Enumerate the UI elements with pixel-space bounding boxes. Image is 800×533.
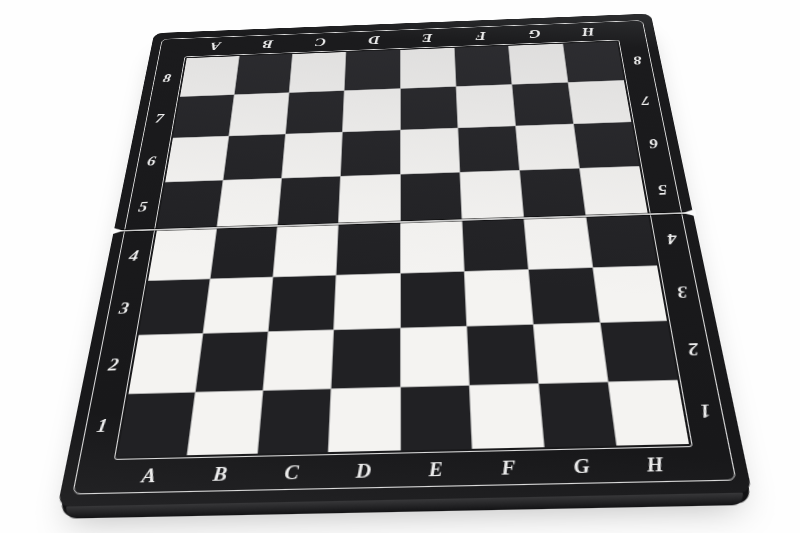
square-e8[interactable]: [400, 48, 455, 88]
square-h6[interactable]: [574, 122, 639, 168]
square-b8[interactable]: [235, 54, 292, 94]
square-c8[interactable]: [290, 52, 346, 92]
square-g2[interactable]: [534, 323, 608, 383]
square-e5[interactable]: [400, 173, 461, 222]
square-f1[interactable]: [470, 384, 544, 449]
square-h1[interactable]: [609, 381, 689, 446]
rank-left-label-7: 7: [143, 97, 177, 139]
file-bottom-label-B: B: [183, 457, 258, 490]
file-bottom-label-H: H: [617, 447, 696, 481]
file-top-label-F: F: [453, 26, 508, 45]
square-b3[interactable]: [204, 277, 273, 333]
file-top-label-G: G: [506, 24, 562, 43]
square-a4[interactable]: [148, 228, 216, 280]
square-g5[interactable]: [520, 169, 585, 218]
squares-grid: [118, 42, 689, 457]
rank-right-label-7: 7: [627, 80, 662, 123]
rank-right-label-glyph: 3: [674, 283, 688, 300]
rank-right-label-glyph: 1: [697, 401, 712, 420]
square-e6[interactable]: [400, 128, 459, 174]
square-h8[interactable]: [563, 42, 624, 82]
rank-right-label-6: 6: [635, 121, 671, 166]
rank-left-label-4: 4: [115, 230, 153, 281]
square-e2[interactable]: [401, 326, 469, 386]
square-e3[interactable]: [400, 272, 465, 328]
square-b5[interactable]: [217, 179, 281, 228]
file-bottom-label-C: C: [255, 455, 329, 488]
square-h5[interactable]: [580, 167, 648, 216]
square-d2[interactable]: [332, 328, 399, 388]
file-bottom-label-D: D: [327, 454, 400, 487]
file-top-label-E: E: [400, 28, 454, 47]
rank-right-label-glyph: 5: [655, 182, 668, 196]
chessboard-frame: ABCDEFGH ABCDEFGH 87654321 87654321: [58, 14, 753, 507]
square-g4[interactable]: [524, 217, 592, 269]
rank-right-label-8: 8: [620, 41, 654, 81]
square-f5[interactable]: [460, 171, 523, 220]
square-d6[interactable]: [341, 131, 399, 177]
square-a8[interactable]: [180, 56, 239, 96]
rank-labels-left: 87654321: [81, 58, 184, 457]
square-a2[interactable]: [129, 334, 203, 394]
square-a1[interactable]: [118, 393, 195, 457]
rank-labels-right: 87654321: [620, 41, 727, 444]
rank-left-label-2: 2: [93, 335, 135, 394]
file-top-label-glyph: C: [314, 36, 326, 47]
square-d4[interactable]: [337, 222, 400, 274]
rank-left-label-5: 5: [125, 183, 161, 231]
square-c2[interactable]: [264, 330, 334, 390]
square-g6[interactable]: [516, 124, 579, 170]
hinge-notch-left: [110, 227, 124, 235]
file-top-label-glyph: A: [208, 40, 221, 51]
file-top-label-glyph: B: [261, 38, 273, 49]
square-f3[interactable]: [464, 270, 532, 326]
rank-right-label-glyph: 8: [631, 54, 642, 66]
rank-left-label-6: 6: [134, 138, 169, 183]
square-c3[interactable]: [269, 275, 336, 331]
square-f7[interactable]: [456, 85, 515, 128]
square-a5[interactable]: [157, 181, 223, 229]
square-g7[interactable]: [512, 83, 573, 126]
rank-right-label-4: 4: [652, 213, 692, 265]
file-labels-bottom: ABCDEFGH: [112, 447, 696, 491]
square-e1[interactable]: [401, 386, 472, 451]
file-bottom-label-E: E: [400, 452, 473, 485]
square-d8[interactable]: [345, 50, 400, 90]
square-g3[interactable]: [529, 268, 600, 324]
square-a7[interactable]: [173, 95, 234, 138]
file-top-label-A: A: [187, 36, 242, 55]
file-top-label-C: C: [293, 32, 347, 51]
file-top-label-glyph: H: [580, 26, 595, 38]
square-f2[interactable]: [467, 325, 538, 385]
square-f8[interactable]: [454, 46, 511, 86]
file-top-label-glyph: G: [527, 28, 541, 39]
file-top-label-glyph: F: [474, 30, 486, 41]
square-a3[interactable]: [139, 279, 210, 335]
file-top-label-B: B: [240, 34, 295, 53]
rank-right-label-3: 3: [661, 264, 703, 320]
hinge-notch-right: [682, 209, 696, 217]
photo-background: ABCDEFGH ABCDEFGH 87654321 87654321: [0, 0, 800, 533]
square-h3[interactable]: [593, 266, 667, 322]
rank-right-label-2: 2: [671, 319, 715, 379]
square-c5[interactable]: [278, 177, 340, 226]
square-c6[interactable]: [282, 133, 342, 179]
square-d1[interactable]: [329, 387, 399, 452]
square-e4[interactable]: [400, 220, 463, 272]
file-top-label-H: H: [560, 22, 617, 41]
square-e7[interactable]: [400, 87, 457, 130]
rank-right-label-glyph: 7: [639, 94, 651, 107]
rank-right-label-glyph: 6: [647, 137, 659, 151]
square-b6[interactable]: [224, 135, 286, 181]
square-g8[interactable]: [509, 44, 568, 84]
rank-right-label-5: 5: [643, 166, 681, 215]
square-d3[interactable]: [335, 273, 400, 329]
board-3d-wrapper: ABCDEFGH ABCDEFGH 87654321 87654321: [58, 14, 753, 507]
square-h7[interactable]: [568, 81, 631, 124]
square-b4[interactable]: [211, 226, 277, 278]
rank-left-label-1: 1: [81, 393, 125, 457]
square-b7[interactable]: [229, 93, 288, 136]
rank-right-label-glyph: 4: [665, 231, 678, 246]
rank-left-label-3: 3: [104, 280, 144, 335]
rank-right-label-1: 1: [682, 379, 728, 444]
file-bottom-label-A: A: [112, 458, 188, 491]
square-b2[interactable]: [196, 332, 268, 392]
file-top-label-glyph: E: [421, 32, 433, 43]
square-b1[interactable]: [188, 391, 263, 455]
file-bottom-label-G: G: [544, 449, 621, 483]
rank-left-label-8: 8: [151, 58, 183, 98]
square-c4[interactable]: [274, 224, 338, 276]
file-top-label-glyph: D: [367, 34, 379, 45]
square-f6[interactable]: [458, 126, 519, 172]
square-h2[interactable]: [601, 321, 678, 381]
rank-right-label-glyph: 2: [685, 340, 700, 358]
square-g1[interactable]: [539, 382, 616, 447]
square-c1[interactable]: [258, 389, 331, 453]
square-d5[interactable]: [339, 175, 399, 224]
square-c7[interactable]: [286, 91, 344, 134]
square-h4[interactable]: [586, 215, 657, 267]
square-a6[interactable]: [165, 137, 228, 182]
square-f4[interactable]: [462, 219, 527, 271]
square-d7[interactable]: [343, 89, 399, 132]
file-top-label-D: D: [346, 30, 400, 49]
file-bottom-label-F: F: [472, 450, 547, 484]
